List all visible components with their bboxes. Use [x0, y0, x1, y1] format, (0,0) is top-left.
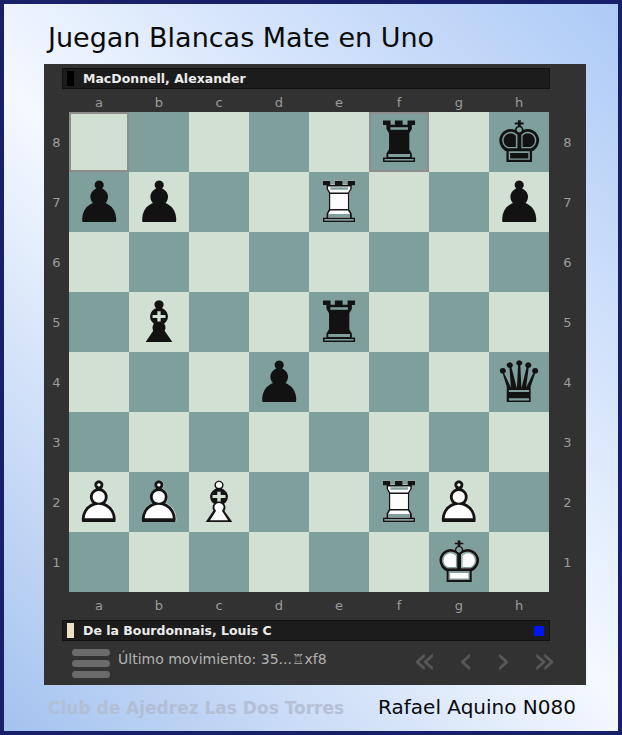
- board-square-c5[interactable]: [189, 292, 249, 352]
- board-square-h7[interactable]: ♟: [489, 172, 549, 232]
- board-square-c4[interactable]: [189, 352, 249, 412]
- coord-label: 1: [549, 532, 586, 592]
- next-move-button[interactable]: ›: [496, 640, 511, 680]
- board-square-a4[interactable]: [69, 352, 129, 412]
- prev-move-button[interactable]: ‹: [458, 640, 473, 680]
- board-square-h2[interactable]: [489, 472, 549, 532]
- page-title: Juegan Blancas Mate en Uno: [48, 22, 434, 53]
- white-king-piece[interactable]: ♚♔: [429, 532, 489, 592]
- board-square-h6[interactable]: [489, 232, 549, 292]
- coord-label: a: [69, 595, 129, 615]
- black-pawn-piece[interactable]: ♟: [129, 172, 189, 232]
- coord-label: 2: [549, 472, 586, 532]
- board-square-e6[interactable]: [309, 232, 369, 292]
- board-square-d7[interactable]: [249, 172, 309, 232]
- coord-label: f: [369, 595, 429, 615]
- board-square-b1[interactable]: [129, 532, 189, 592]
- last-move-label: Último movimiento: 35...♖xf8: [118, 651, 327, 667]
- board-square-a3[interactable]: [69, 412, 129, 472]
- board-square-d8[interactable]: [249, 112, 309, 172]
- board-square-a5[interactable]: [69, 292, 129, 352]
- board-square-f8[interactable]: ♜: [369, 112, 429, 172]
- board-square-a8[interactable]: [69, 112, 129, 172]
- black-side-indicator-icon: [67, 71, 74, 86]
- coord-label: c: [189, 92, 249, 112]
- white-pawn-piece[interactable]: ♟♙: [129, 472, 189, 532]
- coord-label: b: [129, 595, 189, 615]
- board-square-a7[interactable]: ♟: [69, 172, 129, 232]
- board-square-e7[interactable]: ♜♖: [309, 172, 369, 232]
- black-pawn-piece[interactable]: ♟: [489, 172, 549, 232]
- board-square-c3[interactable]: [189, 412, 249, 472]
- board-square-b2[interactable]: ♟♙: [129, 472, 189, 532]
- board-square-f2[interactable]: ♜♖: [369, 472, 429, 532]
- player-bar-white: De la Bourdonnais, Louis C: [62, 620, 550, 641]
- white-pawn-piece[interactable]: ♟♙: [69, 472, 129, 532]
- board-square-h1[interactable]: [489, 532, 549, 592]
- chess-widget: MacDonnell, Alexander abcdefgh 87654321 …: [44, 64, 586, 685]
- board-square-f5[interactable]: [369, 292, 429, 352]
- file-labels-bottom: abcdefgh: [69, 595, 549, 615]
- coord-label: c: [189, 595, 249, 615]
- rank-labels-right: 87654321: [549, 112, 586, 592]
- board-square-b3[interactable]: [129, 412, 189, 472]
- board-square-f6[interactable]: [369, 232, 429, 292]
- white-rook-piece[interactable]: ♜♖: [369, 472, 429, 532]
- board-square-g4[interactable]: [429, 352, 489, 412]
- coord-label: 7: [44, 172, 69, 232]
- coord-label: g: [429, 92, 489, 112]
- white-player-name: De la Bourdonnais, Louis C: [83, 623, 272, 638]
- coord-label: 4: [44, 352, 69, 412]
- coord-label: 6: [549, 232, 586, 292]
- coord-label: 5: [549, 292, 586, 352]
- coord-label: 2: [44, 472, 69, 532]
- board-square-d5[interactable]: [249, 292, 309, 352]
- board-square-e4[interactable]: [309, 352, 369, 412]
- controls-row: Último movimiento: 35...♖xf8 «‹›»: [44, 642, 586, 685]
- board-square-c6[interactable]: [189, 232, 249, 292]
- board-square-e3[interactable]: [309, 412, 369, 472]
- coord-label: e: [309, 92, 369, 112]
- board-square-a2[interactable]: ♟♙: [69, 472, 129, 532]
- coord-label: 8: [44, 112, 69, 172]
- board-square-g5[interactable]: [429, 292, 489, 352]
- board-square-c2[interactable]: ♝♗: [189, 472, 249, 532]
- board-square-f1[interactable]: [369, 532, 429, 592]
- board-square-f3[interactable]: [369, 412, 429, 472]
- coord-label: d: [249, 92, 309, 112]
- board-square-h8[interactable]: ♚: [489, 112, 549, 172]
- first-move-button[interactable]: «: [413, 640, 436, 680]
- board-square-b5[interactable]: ♝: [129, 292, 189, 352]
- board-square-d6[interactable]: [249, 232, 309, 292]
- board-square-b8[interactable]: [129, 112, 189, 172]
- white-pawn-piece[interactable]: ♟♙: [429, 472, 489, 532]
- file-labels-top: abcdefgh: [69, 92, 549, 112]
- coord-label: 6: [44, 232, 69, 292]
- menu-icon[interactable]: [72, 649, 110, 679]
- black-king-piece[interactable]: ♚: [489, 112, 549, 172]
- club-watermark: Club de Ajedrez Las Dos Torres: [48, 698, 344, 718]
- last-move-button[interactable]: »: [533, 640, 556, 680]
- board-square-b4[interactable]: [129, 352, 189, 412]
- black-bishop-piece[interactable]: ♝: [129, 292, 189, 352]
- white-bishop-piece[interactable]: ♝♗: [189, 472, 249, 532]
- board-square-h4[interactable]: ♛: [489, 352, 549, 412]
- coord-label: d: [249, 595, 309, 615]
- board-square-a1[interactable]: [69, 532, 129, 592]
- board-square-a6[interactable]: [69, 232, 129, 292]
- board-square-f4[interactable]: [369, 352, 429, 412]
- board-square-h3[interactable]: [489, 412, 549, 472]
- coord-label: a: [69, 92, 129, 112]
- board-square-f7[interactable]: [369, 172, 429, 232]
- player-bar-black: MacDonnell, Alexander: [62, 68, 550, 89]
- coord-label: 8: [549, 112, 586, 172]
- board-square-g2[interactable]: ♟♙: [429, 472, 489, 532]
- black-rook-piece[interactable]: ♜: [309, 292, 369, 352]
- coord-label: 1: [44, 532, 69, 592]
- chess-board: ♜♚♟♟♜♖♟♝♜♟♛♟♙♟♙♝♗♜♖♟♙♚♔: [69, 112, 549, 592]
- board-square-e8[interactable]: [309, 112, 369, 172]
- board-square-g3[interactable]: [429, 412, 489, 472]
- coord-label: h: [489, 595, 549, 615]
- board-square-c1[interactable]: [189, 532, 249, 592]
- coord-label: 5: [44, 292, 69, 352]
- black-pawn-piece[interactable]: ♟: [249, 352, 309, 412]
- turn-indicator: [534, 626, 544, 636]
- coord-label: 7: [549, 172, 586, 232]
- black-queen-piece[interactable]: ♛: [489, 352, 549, 412]
- coord-label: e: [309, 595, 369, 615]
- coord-label: 3: [44, 412, 69, 472]
- credit-text: Rafael Aquino N080: [378, 695, 576, 719]
- board-square-g6[interactable]: [429, 232, 489, 292]
- page: Juegan Blancas Mate en Uno MacDonnell, A…: [0, 0, 622, 735]
- coord-label: g: [429, 595, 489, 615]
- white-rook-piece[interactable]: ♜♖: [309, 172, 369, 232]
- white-side-indicator-icon: [67, 623, 74, 638]
- board-square-e5[interactable]: ♜: [309, 292, 369, 352]
- board-square-d3[interactable]: [249, 412, 309, 472]
- board-square-d1[interactable]: [249, 532, 309, 592]
- coord-label: 3: [549, 412, 586, 472]
- board-square-g7[interactable]: [429, 172, 489, 232]
- move-nav: «‹›»: [413, 640, 556, 680]
- coord-label: 4: [549, 352, 586, 412]
- board-square-h5[interactable]: [489, 292, 549, 352]
- board-square-e1[interactable]: [309, 532, 369, 592]
- board-square-g1[interactable]: ♚♔: [429, 532, 489, 592]
- rank-labels-left: 87654321: [44, 112, 69, 592]
- coord-label: b: [129, 92, 189, 112]
- black-rook-piece[interactable]: ♜: [371, 114, 427, 170]
- board-square-b7[interactable]: ♟: [129, 172, 189, 232]
- board-square-b6[interactable]: [129, 232, 189, 292]
- board-square-c7[interactable]: [189, 172, 249, 232]
- black-player-name: MacDonnell, Alexander: [83, 71, 246, 86]
- board-square-c8[interactable]: [189, 112, 249, 172]
- board-square-d2[interactable]: [249, 472, 309, 532]
- black-pawn-piece[interactable]: ♟: [69, 172, 129, 232]
- board-square-e2[interactable]: [309, 472, 369, 532]
- board-square-d4[interactable]: ♟: [249, 352, 309, 412]
- board-square-g8[interactable]: [429, 112, 489, 172]
